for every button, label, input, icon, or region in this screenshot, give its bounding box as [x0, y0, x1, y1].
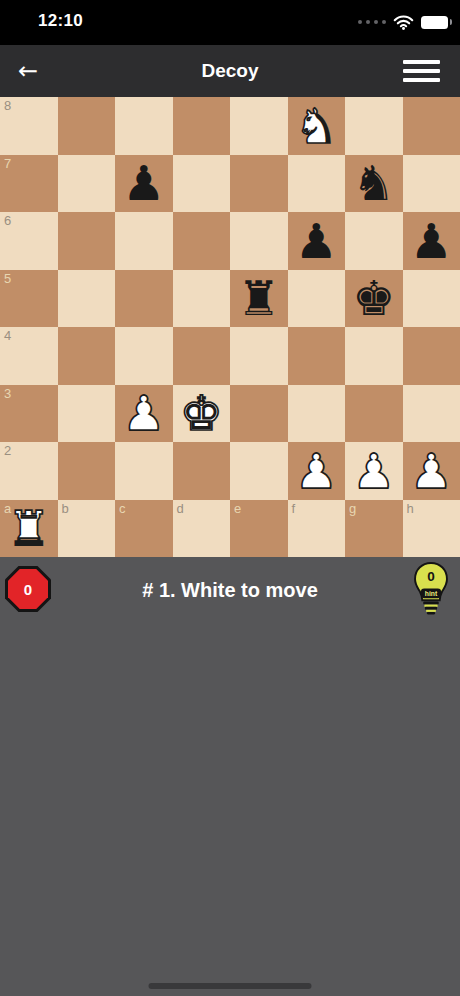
piece-white-rook[interactable]: ♜: [7, 504, 50, 552]
square-d5[interactable]: [173, 270, 231, 328]
bottom-panel: 0 # 1. White to move 0 hint: [0, 557, 460, 996]
square-e2[interactable]: [230, 442, 288, 500]
piece-white-pawn[interactable]: ♟: [122, 389, 165, 437]
file-label-f: f: [292, 502, 296, 516]
square-b7[interactable]: [58, 155, 116, 213]
file-label-e: e: [234, 502, 241, 516]
square-a3[interactable]: 3: [0, 385, 58, 443]
puzzle-caption: # 1. White to move: [0, 579, 460, 602]
status-time: 12:10: [38, 11, 83, 31]
square-a6[interactable]: 6: [0, 212, 58, 270]
square-a4[interactable]: 4: [0, 327, 58, 385]
square-h4[interactable]: [403, 327, 460, 385]
piece-black-pawn[interactable]: ♟: [122, 159, 165, 207]
hint-count: 0: [427, 569, 435, 584]
page-title: Decoy: [0, 60, 460, 82]
square-c6[interactable]: [115, 212, 173, 270]
square-b6[interactable]: [58, 212, 116, 270]
square-e3[interactable]: [230, 385, 288, 443]
piece-white-pawn[interactable]: ♟: [410, 447, 453, 495]
square-a1[interactable]: a♜: [0, 500, 58, 558]
square-h8[interactable]: [403, 97, 460, 155]
square-a8[interactable]: 8: [0, 97, 58, 155]
square-c1[interactable]: c: [115, 500, 173, 558]
square-e1[interactable]: e: [230, 500, 288, 558]
file-label-a: a: [4, 502, 11, 516]
square-d6[interactable]: [173, 212, 231, 270]
rank-label-8: 8: [4, 99, 11, 113]
square-h5[interactable]: [403, 270, 460, 328]
piece-white-king[interactable]: ♚: [180, 389, 223, 437]
square-c7[interactable]: ♟: [115, 155, 173, 213]
rank-label-3: 3: [4, 387, 11, 401]
square-g7[interactable]: ♞: [345, 155, 403, 213]
square-e5[interactable]: ♜: [230, 270, 288, 328]
piece-white-pawn[interactable]: ♟: [295, 447, 338, 495]
square-f3[interactable]: [288, 385, 346, 443]
rank-label-4: 4: [4, 329, 11, 343]
square-c5[interactable]: [115, 270, 173, 328]
square-a2[interactable]: 2: [0, 442, 58, 500]
square-h3[interactable]: [403, 385, 460, 443]
square-e6[interactable]: [230, 212, 288, 270]
square-g4[interactable]: [345, 327, 403, 385]
file-label-g: g: [349, 502, 356, 516]
square-f2[interactable]: ♟: [288, 442, 346, 500]
square-e4[interactable]: [230, 327, 288, 385]
square-a5[interactable]: 5: [0, 270, 58, 328]
square-h6[interactable]: ♟: [403, 212, 460, 270]
file-label-c: c: [119, 502, 126, 516]
square-c3[interactable]: ♟: [115, 385, 173, 443]
rank-label-2: 2: [4, 444, 11, 458]
piece-black-king[interactable]: ♚: [352, 274, 395, 322]
square-b4[interactable]: [58, 327, 116, 385]
square-e7[interactable]: [230, 155, 288, 213]
square-f5[interactable]: [288, 270, 346, 328]
square-d3[interactable]: ♚: [173, 385, 231, 443]
back-button[interactable]: ←: [18, 59, 38, 83]
home-indicator[interactable]: [149, 983, 312, 989]
square-g1[interactable]: g: [345, 500, 403, 558]
piece-white-knight[interactable]: ♞: [295, 102, 338, 150]
rank-label-6: 6: [4, 214, 11, 228]
battery-icon: [421, 16, 448, 29]
square-h2[interactable]: ♟: [403, 442, 460, 500]
wifi-icon: [393, 14, 414, 30]
square-d7[interactable]: [173, 155, 231, 213]
hint-label: hint: [425, 590, 438, 597]
piece-black-pawn[interactable]: ♟: [410, 217, 453, 265]
piece-black-pawn[interactable]: ♟: [295, 217, 338, 265]
status-bar: 12:10: [0, 0, 460, 45]
square-f7[interactable]: [288, 155, 346, 213]
square-d4[interactable]: [173, 327, 231, 385]
hint-lightbulb-button[interactable]: 0 hint: [409, 561, 453, 621]
header: ← Decoy: [0, 45, 460, 97]
square-f1[interactable]: f: [288, 500, 346, 558]
piece-black-knight[interactable]: ♞: [352, 159, 395, 207]
square-h1[interactable]: h: [403, 500, 460, 558]
piece-white-pawn[interactable]: ♟: [352, 447, 395, 495]
square-f4[interactable]: [288, 327, 346, 385]
file-label-b: b: [62, 502, 69, 516]
square-b5[interactable]: [58, 270, 116, 328]
square-g5[interactable]: ♚: [345, 270, 403, 328]
square-d2[interactable]: [173, 442, 231, 500]
square-b2[interactable]: [58, 442, 116, 500]
square-c8[interactable]: [115, 97, 173, 155]
square-c2[interactable]: [115, 442, 173, 500]
puzzle-status-row: 0 # 1. White to move 0 hint: [0, 557, 460, 623]
cellular-signal-icon: [358, 20, 386, 24]
square-f8[interactable]: ♞: [288, 97, 346, 155]
square-a7[interactable]: 7: [0, 155, 58, 213]
piece-black-rook[interactable]: ♜: [237, 274, 280, 322]
hamburger-menu-button[interactable]: [403, 60, 440, 82]
rank-label-7: 7: [4, 157, 11, 171]
chess-board[interactable]: 8♞7♟♞6♟♟5♜♚43♟♚2♟♟♟a♜bcdefgh: [0, 97, 460, 557]
square-f6[interactable]: ♟: [288, 212, 346, 270]
rank-label-5: 5: [4, 272, 11, 286]
app-screen: 12:10 ← Decoy 8♞7♟♞6♟♟5♜♚43♟♚2♟♟♟a♜bcdef…: [0, 0, 460, 996]
square-h7[interactable]: [403, 155, 460, 213]
square-e8[interactable]: [230, 97, 288, 155]
square-d1[interactable]: d: [173, 500, 231, 558]
square-g2[interactable]: ♟: [345, 442, 403, 500]
square-b1[interactable]: b: [58, 500, 116, 558]
square-b8[interactable]: [58, 97, 116, 155]
square-g8[interactable]: [345, 97, 403, 155]
square-g3[interactable]: [345, 385, 403, 443]
square-g6[interactable]: [345, 212, 403, 270]
square-b3[interactable]: [58, 385, 116, 443]
square-c4[interactable]: [115, 327, 173, 385]
square-d8[interactable]: [173, 97, 231, 155]
file-label-d: d: [177, 502, 184, 516]
file-label-h: h: [407, 502, 414, 516]
